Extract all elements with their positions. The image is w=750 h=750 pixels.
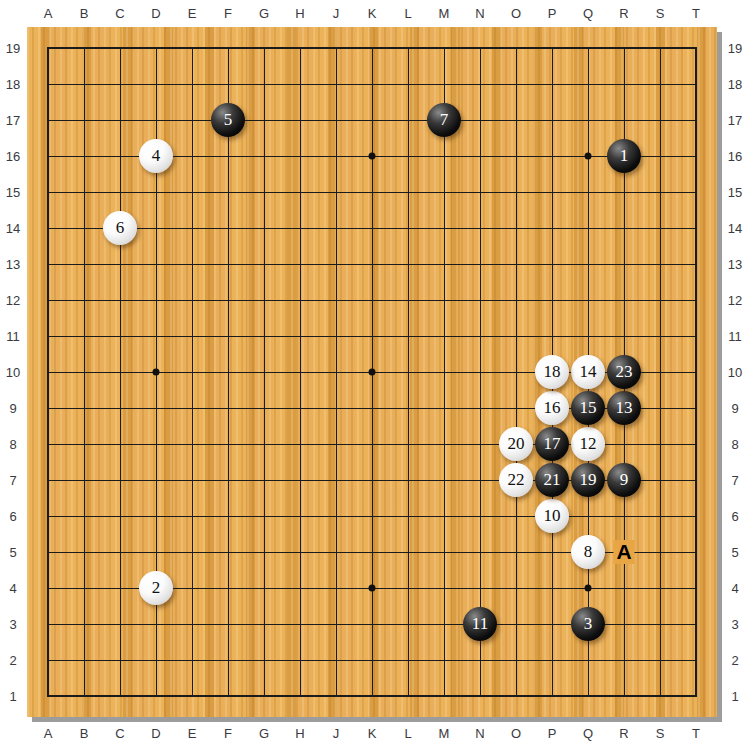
col-label-top-G: G: [259, 7, 269, 20]
col-label-bottom-J: J: [333, 727, 340, 740]
stone-move-number: 5: [224, 110, 233, 130]
col-label-bottom-N: N: [475, 727, 484, 740]
row-label-right-15: 15: [728, 186, 742, 199]
stone-black-13-R9[interactable]: 13: [607, 391, 641, 425]
col-label-top-L: L: [404, 7, 411, 20]
stone-white-6-C14[interactable]: 6: [103, 211, 137, 245]
col-label-top-M: M: [439, 7, 450, 20]
stone-black-1-R16[interactable]: 1: [607, 139, 641, 173]
row-label-right-19: 19: [728, 42, 742, 55]
row-label-left-6: 6: [9, 510, 16, 523]
col-label-top-T: T: [692, 7, 700, 20]
stone-move-number: 8: [584, 542, 593, 562]
col-label-top-B: B: [80, 7, 89, 20]
stone-move-number: 10: [544, 506, 561, 526]
stone-move-number: 4: [152, 146, 161, 166]
stone-white-4-D16[interactable]: 4: [139, 139, 173, 173]
col-label-top-J: J: [333, 7, 340, 20]
stone-white-18-P10[interactable]: 18: [535, 355, 569, 389]
col-label-top-Q: Q: [583, 7, 593, 20]
col-label-top-A: A: [44, 7, 53, 20]
row-label-right-13: 13: [728, 258, 742, 271]
grid-line-vertical: [480, 48, 481, 697]
row-label-right-6: 6: [731, 510, 738, 523]
row-label-right-3: 3: [731, 618, 738, 631]
col-label-bottom-D: D: [151, 727, 160, 740]
row-label-left-18: 18: [6, 78, 20, 91]
row-label-right-12: 12: [728, 294, 742, 307]
grid-line-horizontal: [48, 516, 697, 517]
row-label-left-5: 5: [9, 546, 16, 559]
col-label-bottom-M: M: [439, 727, 450, 740]
row-label-left-1: 1: [9, 690, 16, 703]
col-label-top-P: P: [548, 7, 557, 20]
grid-line-vertical: [696, 48, 697, 697]
row-label-left-17: 17: [6, 114, 20, 127]
col-label-top-R: R: [619, 7, 628, 20]
col-label-top-S: S: [656, 7, 665, 20]
row-label-right-11: 11: [728, 330, 742, 343]
stone-black-5-F17[interactable]: 5: [211, 103, 245, 137]
stone-white-10-P6[interactable]: 10: [535, 499, 569, 533]
grid-line-vertical: [660, 48, 661, 697]
stone-move-number: 3: [584, 614, 593, 634]
stone-black-15-Q9[interactable]: 15: [571, 391, 605, 425]
stone-black-9-R7[interactable]: 9: [607, 463, 641, 497]
stone-move-number: 13: [616, 398, 633, 418]
row-label-right-7: 7: [731, 474, 738, 487]
stone-black-21-P7[interactable]: 21: [535, 463, 569, 497]
col-label-top-H: H: [295, 7, 304, 20]
row-label-left-10: 10: [6, 366, 20, 379]
star-point-D10: [153, 369, 160, 376]
row-label-left-15: 15: [6, 186, 20, 199]
row-label-right-14: 14: [728, 222, 742, 235]
stone-move-number: 7: [440, 110, 449, 130]
col-label-bottom-P: P: [548, 727, 557, 740]
col-label-bottom-A: A: [44, 727, 53, 740]
col-label-bottom-G: G: [259, 727, 269, 740]
star-point-K10: [369, 369, 376, 376]
go-board[interactable]: 1234567891011121314151617181920212223A: [27, 27, 717, 717]
col-label-bottom-K: K: [368, 727, 377, 740]
col-label-bottom-Q: Q: [583, 727, 593, 740]
col-label-bottom-C: C: [115, 727, 124, 740]
stone-move-number: 19: [580, 470, 597, 490]
stone-white-2-D4[interactable]: 2: [139, 571, 173, 605]
stone-move-number: 20: [508, 434, 525, 454]
star-point-K4: [369, 585, 376, 592]
row-label-left-9: 9: [9, 402, 16, 415]
col-label-top-K: K: [368, 7, 377, 20]
star-point-Q16: [585, 153, 592, 160]
star-point-K16: [369, 153, 376, 160]
row-label-right-2: 2: [731, 654, 738, 667]
stone-white-8-Q5[interactable]: 8: [571, 535, 605, 569]
col-label-bottom-R: R: [619, 727, 628, 740]
row-label-left-16: 16: [6, 150, 20, 163]
col-label-top-D: D: [151, 7, 160, 20]
stone-move-number: 11: [472, 614, 488, 634]
star-point-Q4: [585, 585, 592, 592]
row-label-left-7: 7: [9, 474, 16, 487]
row-label-right-8: 8: [731, 438, 738, 451]
stone-move-number: 18: [544, 362, 561, 382]
stone-black-17-P8[interactable]: 17: [535, 427, 569, 461]
grid-line-vertical: [444, 48, 445, 697]
col-label-bottom-T: T: [692, 727, 700, 740]
col-label-top-N: N: [475, 7, 484, 20]
stone-white-12-Q8[interactable]: 12: [571, 427, 605, 461]
stone-move-number: 21: [544, 470, 561, 490]
stone-move-number: 23: [616, 362, 633, 382]
grid-line-horizontal: [48, 696, 697, 697]
row-label-right-9: 9: [731, 402, 738, 415]
stone-move-number: 15: [580, 398, 597, 418]
col-label-bottom-O: O: [511, 727, 521, 740]
col-label-bottom-S: S: [656, 727, 665, 740]
stone-move-number: 1: [620, 146, 629, 166]
stone-move-number: 6: [116, 218, 125, 238]
col-label-bottom-E: E: [188, 727, 197, 740]
row-label-right-4: 4: [731, 582, 738, 595]
col-label-top-C: C: [115, 7, 124, 20]
row-label-left-14: 14: [6, 222, 20, 235]
col-label-bottom-B: B: [80, 727, 89, 740]
col-label-bottom-H: H: [295, 727, 304, 740]
row-label-right-16: 16: [728, 150, 742, 163]
stone-white-14-Q10[interactable]: 14: [571, 355, 605, 389]
grid-line-horizontal: [48, 660, 697, 661]
col-label-top-E: E: [188, 7, 197, 20]
col-label-top-O: O: [511, 7, 521, 20]
row-label-right-5: 5: [731, 546, 738, 559]
row-label-left-3: 3: [9, 618, 16, 631]
row-label-right-10: 10: [728, 366, 742, 379]
col-label-top-F: F: [224, 7, 232, 20]
row-label-right-1: 1: [731, 690, 738, 703]
stone-black-11-N3[interactable]: 11: [463, 607, 497, 641]
row-label-left-13: 13: [6, 258, 20, 271]
grid-line-vertical: [516, 48, 517, 697]
grid-line-vertical: [408, 48, 409, 697]
stone-white-20-O8[interactable]: 20: [499, 427, 533, 461]
col-label-bottom-L: L: [404, 727, 411, 740]
row-label-left-8: 8: [9, 438, 16, 451]
stone-black-3-Q3[interactable]: 3: [571, 607, 605, 641]
row-label-right-17: 17: [728, 114, 742, 127]
stone-move-number: 2: [152, 578, 161, 598]
stone-move-number: 22: [508, 470, 525, 490]
row-label-right-18: 18: [728, 78, 742, 91]
row-label-left-4: 4: [9, 582, 16, 595]
stone-black-23-R10[interactable]: 23: [607, 355, 641, 389]
go-move-diagram: 1234567891011121314151617181920212223A A…: [0, 0, 750, 750]
stone-black-7-M17[interactable]: 7: [427, 103, 461, 137]
stone-move-number: 17: [544, 434, 561, 454]
row-label-left-2: 2: [9, 654, 16, 667]
row-label-left-19: 19: [6, 42, 20, 55]
stone-move-number: 14: [580, 362, 597, 382]
board-marker-A-R5[interactable]: A: [613, 540, 634, 564]
stone-move-number: 12: [580, 434, 597, 454]
stone-move-number: 9: [620, 470, 629, 490]
stone-white-22-O7[interactable]: 22: [499, 463, 533, 497]
row-label-left-11: 11: [6, 330, 20, 343]
col-label-bottom-F: F: [224, 727, 232, 740]
stone-white-16-P9[interactable]: 16: [535, 391, 569, 425]
stone-black-19-Q7[interactable]: 19: [571, 463, 605, 497]
stone-move-number: 16: [544, 398, 561, 418]
row-label-left-12: 12: [6, 294, 20, 307]
